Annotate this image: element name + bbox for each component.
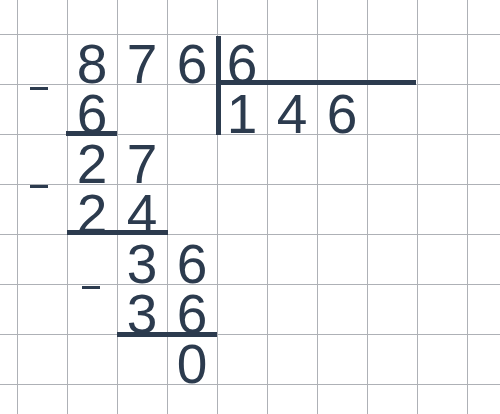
digit-remainder: 0 (167, 339, 217, 389)
digit-partial: 2 (67, 139, 117, 189)
digit-dividend: 7 (117, 39, 167, 89)
digit-quotient: 1 (217, 89, 267, 139)
difference-underline (67, 230, 168, 235)
minus-sign-icon (30, 87, 48, 90)
digit-quotient: 4 (267, 89, 317, 139)
minus-sign-icon (30, 185, 48, 188)
difference-underline (117, 332, 217, 337)
minus-sign-icon (82, 286, 100, 289)
digit-quotient: 6 (317, 89, 367, 139)
graph-paper-sheet: 87666146272436360 (0, 0, 500, 414)
digit-dividend: 6 (167, 39, 217, 89)
digit-partial: 3 (117, 239, 167, 289)
quotient-line (216, 80, 416, 85)
digit-partial: 6 (167, 239, 217, 289)
difference-underline (66, 131, 117, 136)
digit-partial: 7 (117, 139, 167, 189)
divisor-bar (216, 36, 221, 135)
long-division-board: 87666146272436360 (17, 34, 467, 384)
digit-dividend: 8 (67, 39, 117, 89)
